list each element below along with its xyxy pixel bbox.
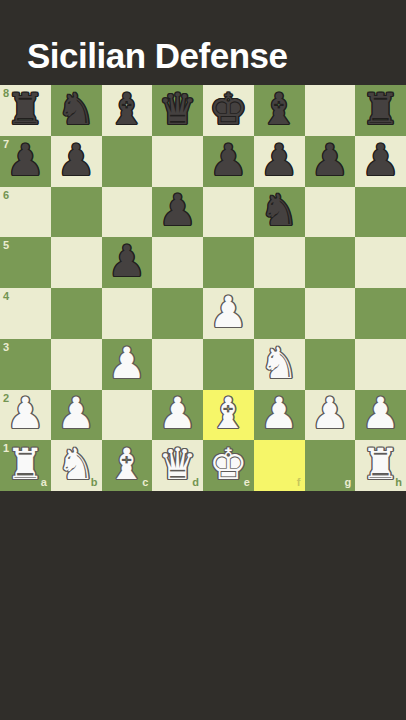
square-f1[interactable]: f (254, 440, 305, 491)
white-pawn[interactable]: ♟ (311, 392, 350, 435)
square-c1[interactable]: ♝c (102, 440, 153, 491)
square-f4[interactable] (254, 288, 305, 339)
square-f2[interactable]: ♟ (254, 390, 305, 441)
rank-label-5: 5 (3, 240, 9, 251)
white-pawn[interactable]: ♟ (57, 392, 96, 435)
square-f3[interactable]: ♞ (254, 339, 305, 390)
file-label-a: a (41, 477, 47, 488)
square-f5[interactable] (254, 237, 305, 288)
white-pawn[interactable]: ♟ (108, 342, 147, 385)
square-g7[interactable]: ♟ (305, 136, 356, 187)
square-h1[interactable]: ♜h (355, 440, 406, 491)
rank-label-1: 1 (3, 443, 9, 454)
white-pawn[interactable]: ♟ (361, 392, 400, 435)
square-g2[interactable]: ♟ (305, 390, 356, 441)
black-pawn[interactable]: ♟ (108, 240, 147, 283)
black-pawn[interactable]: ♟ (158, 189, 197, 232)
black-pawn[interactable]: ♟ (260, 139, 299, 182)
black-pawn[interactable]: ♟ (311, 139, 350, 182)
square-g1[interactable]: g (305, 440, 356, 491)
square-g8[interactable] (305, 85, 356, 136)
black-rook[interactable]: ♜ (6, 88, 45, 131)
square-b3[interactable] (51, 339, 102, 390)
square-e2[interactable]: ♝ (203, 390, 254, 441)
square-h7[interactable]: ♟ (355, 136, 406, 187)
black-pawn[interactable]: ♟ (209, 139, 248, 182)
white-knight[interactable]: ♞ (57, 443, 96, 486)
square-b1[interactable]: ♞b (51, 440, 102, 491)
square-e4[interactable]: ♟ (203, 288, 254, 339)
black-king[interactable]: ♚ (209, 88, 248, 131)
rank-label-2: 2 (3, 393, 9, 404)
square-g4[interactable] (305, 288, 356, 339)
square-h3[interactable] (355, 339, 406, 390)
square-e1[interactable]: ♚e (203, 440, 254, 491)
square-b5[interactable] (51, 237, 102, 288)
square-b4[interactable] (51, 288, 102, 339)
white-rook[interactable]: ♜ (6, 443, 45, 486)
opening-title: Sicilian Defense (27, 36, 287, 76)
square-c8[interactable]: ♝ (102, 85, 153, 136)
file-label-d: d (192, 477, 199, 488)
black-pawn[interactable]: ♟ (6, 139, 45, 182)
square-e7[interactable]: ♟ (203, 136, 254, 187)
rank-label-7: 7 (3, 139, 9, 150)
square-a8[interactable]: ♜8 (0, 85, 51, 136)
square-a1[interactable]: ♜1a (0, 440, 51, 491)
file-label-e: e (244, 477, 250, 488)
square-h5[interactable] (355, 237, 406, 288)
file-label-h: h (395, 477, 402, 488)
square-e5[interactable] (203, 237, 254, 288)
black-queen[interactable]: ♛ (158, 88, 197, 131)
white-pawn[interactable]: ♟ (6, 392, 45, 435)
square-d2[interactable]: ♟ (152, 390, 203, 441)
rank-label-8: 8 (3, 88, 9, 99)
square-e8[interactable]: ♚ (203, 85, 254, 136)
file-label-c: c (142, 477, 148, 488)
square-d6[interactable]: ♟ (152, 187, 203, 238)
square-c5[interactable]: ♟ (102, 237, 153, 288)
rank-label-4: 4 (3, 291, 9, 302)
square-d8[interactable]: ♛ (152, 85, 203, 136)
file-label-g: g (345, 477, 352, 488)
square-c7[interactable] (102, 136, 153, 187)
square-h2[interactable]: ♟ (355, 390, 406, 441)
black-pawn[interactable]: ♟ (361, 139, 400, 182)
black-bishop[interactable]: ♝ (108, 88, 147, 131)
black-bishop[interactable]: ♝ (260, 88, 299, 131)
square-b8[interactable]: ♞ (51, 85, 102, 136)
video-frame: Sicilian Defense ♜8♞♝♛♚♝♜♟7♟♟♟♟♟6♟♞5♟4♟3… (0, 0, 406, 720)
rank-label-3: 3 (3, 342, 9, 353)
square-f7[interactable]: ♟ (254, 136, 305, 187)
square-c3[interactable]: ♟ (102, 339, 153, 390)
square-h6[interactable] (355, 187, 406, 238)
square-d7[interactable] (152, 136, 203, 187)
black-knight[interactable]: ♞ (260, 189, 299, 232)
square-b6[interactable] (51, 187, 102, 238)
chess-board: ♜8♞♝♛♚♝♜♟7♟♟♟♟♟6♟♞5♟4♟3♟♞♟2♟♟♝♟♟♟♜1a♞b♝c… (0, 85, 406, 491)
square-g3[interactable] (305, 339, 356, 390)
square-b7[interactable]: ♟ (51, 136, 102, 187)
rank-label-6: 6 (3, 190, 9, 201)
square-a7[interactable]: ♟7 (0, 136, 51, 187)
square-h8[interactable]: ♜ (355, 85, 406, 136)
square-d3[interactable] (152, 339, 203, 390)
white-bishop[interactable]: ♝ (108, 443, 147, 486)
square-f8[interactable]: ♝ (254, 85, 305, 136)
white-pawn[interactable]: ♟ (158, 392, 197, 435)
square-a6[interactable]: 6 (0, 187, 51, 238)
square-d1[interactable]: ♛d (152, 440, 203, 491)
white-rook[interactable]: ♜ (361, 443, 400, 486)
square-h4[interactable] (355, 288, 406, 339)
square-b2[interactable]: ♟ (51, 390, 102, 441)
black-knight[interactable]: ♞ (57, 88, 96, 131)
square-g6[interactable] (305, 187, 356, 238)
white-pawn[interactable]: ♟ (260, 392, 299, 435)
white-knight[interactable]: ♞ (260, 342, 299, 385)
square-d5[interactable] (152, 237, 203, 288)
square-f6[interactable]: ♞ (254, 187, 305, 238)
black-pawn[interactable]: ♟ (57, 139, 96, 182)
square-c6[interactable] (102, 187, 153, 238)
square-e3[interactable] (203, 339, 254, 390)
black-rook[interactable]: ♜ (361, 88, 400, 131)
white-bishop[interactable]: ♝ (209, 392, 248, 435)
square-a3[interactable]: 3 (0, 339, 51, 390)
file-label-b: b (91, 477, 98, 488)
square-a4[interactable]: 4 (0, 288, 51, 339)
white-pawn[interactable]: ♟ (209, 291, 248, 334)
square-c4[interactable] (102, 288, 153, 339)
square-d4[interactable] (152, 288, 203, 339)
square-a2[interactable]: ♟2 (0, 390, 51, 441)
file-label-f: f (297, 477, 301, 488)
square-a5[interactable]: 5 (0, 237, 51, 288)
white-queen[interactable]: ♛ (158, 443, 197, 486)
white-king[interactable]: ♚ (209, 443, 248, 486)
square-e6[interactable] (203, 187, 254, 238)
square-g5[interactable] (305, 237, 356, 288)
square-c2[interactable] (102, 390, 153, 441)
